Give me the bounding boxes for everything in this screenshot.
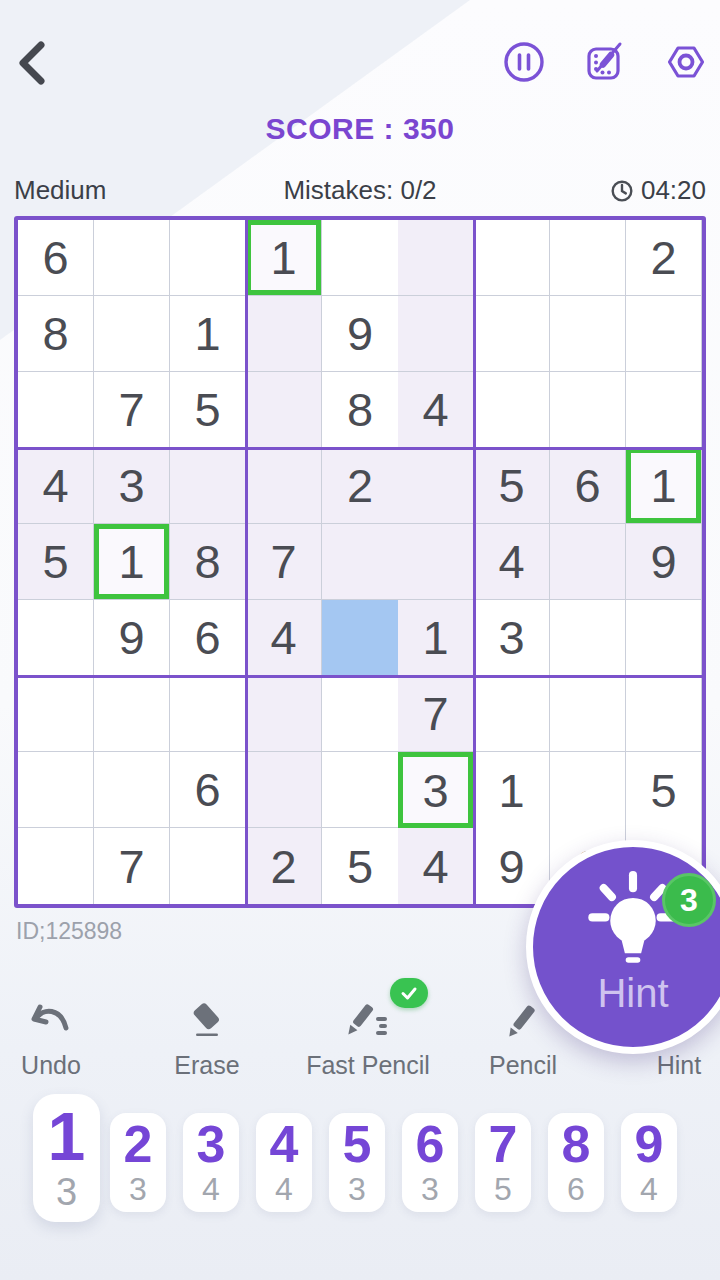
cell-r6c4[interactable]: 4 bbox=[246, 600, 322, 676]
toolbar-label: Hint bbox=[609, 1051, 720, 1080]
cell-r8c1[interactable] bbox=[18, 752, 94, 828]
numpad-key-4[interactable]: 44 bbox=[256, 1113, 312, 1212]
cell-r3c5[interactable]: 8 bbox=[322, 372, 398, 448]
time-text: 04:20 bbox=[641, 175, 706, 206]
cell-r1c3[interactable] bbox=[170, 220, 246, 296]
cell-r7c3[interactable] bbox=[170, 676, 246, 752]
numpad-key-1[interactable]: 13 bbox=[33, 1094, 100, 1222]
cell-r2c2[interactable] bbox=[94, 296, 170, 372]
sudoku-board-cells: 61281975844325615187499641376315725496 bbox=[18, 220, 702, 904]
hint-count-badge: 3 bbox=[662, 873, 716, 927]
cell-r2c7[interactable] bbox=[474, 296, 550, 372]
settings-icon bbox=[664, 40, 708, 84]
box-separator-horizontal-1 bbox=[18, 447, 702, 450]
cell-r3c1[interactable] bbox=[18, 372, 94, 448]
cell-r9c1[interactable] bbox=[18, 828, 94, 904]
fast-pencil-button[interactable]: Fast Pencil bbox=[298, 998, 438, 1080]
cell-r7c8[interactable] bbox=[550, 676, 626, 752]
cell-r2c4[interactable] bbox=[246, 296, 322, 372]
cell-r7c2[interactable] bbox=[94, 676, 170, 752]
box-separator-vertical-2 bbox=[473, 220, 476, 904]
undo-button[interactable]: Undo bbox=[0, 998, 121, 1080]
numpad-count: 4 bbox=[275, 1172, 293, 1207]
edit-notes-button[interactable] bbox=[583, 40, 627, 84]
cell-r4c8[interactable]: 6 bbox=[550, 448, 626, 524]
numpad-count: 3 bbox=[129, 1172, 147, 1207]
cell-r9c4[interactable]: 2 bbox=[246, 828, 322, 904]
cell-r2c6[interactable] bbox=[398, 296, 474, 372]
cell-r2c8[interactable] bbox=[550, 296, 626, 372]
hint-count: 3 bbox=[680, 882, 698, 919]
cell-r8c3[interactable]: 6 bbox=[170, 752, 246, 828]
numpad-count: 3 bbox=[56, 1172, 77, 1214]
notes-icon bbox=[583, 40, 627, 84]
numpad-count: 5 bbox=[494, 1172, 512, 1207]
cell-r6c6[interactable]: 1 bbox=[398, 600, 474, 676]
timer: 04:20 bbox=[609, 175, 706, 206]
cell-r5c8[interactable] bbox=[550, 524, 626, 600]
cell-r6c8[interactable] bbox=[550, 600, 626, 676]
numpad-digit: 3 bbox=[197, 1118, 226, 1170]
cell-r5c1[interactable]: 5 bbox=[18, 524, 94, 600]
numpad-key-6[interactable]: 63 bbox=[402, 1113, 458, 1212]
numpad-count: 6 bbox=[567, 1172, 585, 1207]
cell-r8c7[interactable]: 1 bbox=[474, 752, 550, 828]
cell-r4c9[interactable]: 1 bbox=[626, 448, 702, 524]
cell-r5c9[interactable]: 9 bbox=[626, 524, 702, 600]
numpad-digit: 6 bbox=[416, 1118, 445, 1170]
fast-pencil-icon bbox=[345, 1000, 391, 1042]
toolbar-label: Undo bbox=[0, 1051, 121, 1080]
eraser-icon bbox=[185, 1000, 229, 1042]
cell-r1c8[interactable] bbox=[550, 220, 626, 296]
settings-button[interactable] bbox=[664, 40, 708, 84]
numpad-digit: 9 bbox=[635, 1118, 664, 1170]
info-row: Medium Mistakes: 0/2 04:20 bbox=[14, 175, 706, 207]
cell-r6c1[interactable] bbox=[18, 600, 94, 676]
undo-icon bbox=[27, 1002, 75, 1042]
check-icon bbox=[400, 986, 418, 1001]
cell-r2c1[interactable]: 8 bbox=[18, 296, 94, 372]
fast-pencil-check-badge bbox=[390, 978, 428, 1008]
numpad-digit: 2 bbox=[124, 1118, 153, 1170]
cell-r3c7[interactable] bbox=[474, 372, 550, 448]
cell-r1c1[interactable]: 6 bbox=[18, 220, 94, 296]
cell-r5c4[interactable]: 7 bbox=[246, 524, 322, 600]
cell-r5c3[interactable]: 8 bbox=[170, 524, 246, 600]
toolbar-label: Pencil bbox=[453, 1051, 593, 1080]
pause-button[interactable] bbox=[502, 40, 546, 84]
cell-r7c9[interactable] bbox=[626, 676, 702, 752]
cell-r7c1[interactable] bbox=[18, 676, 94, 752]
cell-r2c5[interactable]: 9 bbox=[322, 296, 398, 372]
back-icon bbox=[14, 40, 54, 86]
cell-r8c2[interactable] bbox=[94, 752, 170, 828]
cell-r9c2[interactable]: 7 bbox=[94, 828, 170, 904]
toolbar-label: Erase bbox=[137, 1051, 277, 1080]
sudoku-board: 61281975844325615187499641376315725496 bbox=[14, 216, 706, 908]
cell-r4c4[interactable] bbox=[246, 448, 322, 524]
score-text: SCORE : 350 bbox=[0, 112, 720, 146]
cell-r3c6[interactable]: 4 bbox=[398, 372, 474, 448]
clock-icon bbox=[609, 178, 635, 204]
cell-r8c6[interactable]: 3 bbox=[398, 752, 474, 828]
cell-r5c7[interactable]: 4 bbox=[474, 524, 550, 600]
cell-r9c5[interactable]: 5 bbox=[322, 828, 398, 904]
game-id-label: ID;125898 bbox=[16, 918, 122, 945]
numpad-count: 3 bbox=[348, 1172, 366, 1207]
numpad-count: 3 bbox=[421, 1172, 439, 1207]
cell-r8c9[interactable]: 5 bbox=[626, 752, 702, 828]
cell-r2c3[interactable]: 1 bbox=[170, 296, 246, 372]
numpad-key-5[interactable]: 53 bbox=[329, 1113, 385, 1212]
cell-r4c5[interactable]: 2 bbox=[322, 448, 398, 524]
numpad-count: 4 bbox=[640, 1172, 658, 1207]
cell-r6c7[interactable]: 3 bbox=[474, 600, 550, 676]
cell-r7c5[interactable] bbox=[322, 676, 398, 752]
cell-r9c7[interactable]: 9 bbox=[474, 828, 550, 904]
erase-button[interactable]: Erase bbox=[137, 998, 277, 1080]
numpad-digit: 7 bbox=[489, 1118, 518, 1170]
cell-r4c6[interactable] bbox=[398, 448, 474, 524]
cell-r7c6[interactable]: 7 bbox=[398, 676, 474, 752]
numpad-digit: 1 bbox=[48, 1102, 86, 1170]
box-separator-vertical-1 bbox=[245, 220, 248, 904]
sudoku-app: SCORE : 350 Medium Mistakes: 0/2 04:20 6… bbox=[0, 0, 720, 1280]
cell-r7c4[interactable] bbox=[246, 676, 322, 752]
pause-icon bbox=[502, 40, 546, 84]
cell-r1c7[interactable] bbox=[474, 220, 550, 296]
cell-r9c6[interactable]: 4 bbox=[398, 828, 474, 904]
box-separator-horizontal-2 bbox=[18, 675, 702, 678]
cell-r5c5[interactable] bbox=[322, 524, 398, 600]
cell-r3c2[interactable]: 7 bbox=[94, 372, 170, 448]
cell-r4c7[interactable]: 5 bbox=[474, 448, 550, 524]
cell-r1c9[interactable]: 2 bbox=[626, 220, 702, 296]
numpad-key-9[interactable]: 94 bbox=[621, 1113, 677, 1212]
numpad-digit: 5 bbox=[343, 1118, 372, 1170]
hint-button-label: Hint bbox=[597, 971, 668, 1016]
cell-r4c1[interactable]: 4 bbox=[18, 448, 94, 524]
numpad-digit: 4 bbox=[270, 1118, 299, 1170]
cell-r1c4[interactable]: 1 bbox=[246, 220, 322, 296]
back-button[interactable] bbox=[14, 40, 54, 86]
cell-r3c9[interactable] bbox=[626, 372, 702, 448]
numpad-key-7[interactable]: 75 bbox=[475, 1113, 531, 1212]
numpad-digit: 8 bbox=[562, 1118, 591, 1170]
cell-r1c6[interactable] bbox=[398, 220, 474, 296]
cell-r3c4[interactable] bbox=[246, 372, 322, 448]
numpad-count: 4 bbox=[202, 1172, 220, 1207]
header-actions bbox=[502, 40, 708, 84]
cell-r3c8[interactable] bbox=[550, 372, 626, 448]
mistakes-label: Mistakes: 0/2 bbox=[14, 175, 706, 206]
cell-r8c4[interactable] bbox=[246, 752, 322, 828]
cell-r6c5[interactable] bbox=[322, 600, 398, 676]
cell-r2c9[interactable] bbox=[626, 296, 702, 372]
cell-r4c2[interactable]: 3 bbox=[94, 448, 170, 524]
numpad-key-3[interactable]: 34 bbox=[183, 1113, 239, 1212]
cell-r7c7[interactable] bbox=[474, 676, 550, 752]
cell-r6c3[interactable]: 6 bbox=[170, 600, 246, 676]
pencil-icon bbox=[502, 1000, 544, 1042]
cell-r1c2[interactable] bbox=[94, 220, 170, 296]
cell-r5c2[interactable]: 1 bbox=[94, 524, 170, 600]
cell-r6c2[interactable]: 9 bbox=[94, 600, 170, 676]
numpad-key-8[interactable]: 86 bbox=[548, 1113, 604, 1212]
cell-r3c3[interactable]: 5 bbox=[170, 372, 246, 448]
cell-r8c5[interactable] bbox=[322, 752, 398, 828]
cell-r5c6[interactable] bbox=[398, 524, 474, 600]
cell-r8c8[interactable] bbox=[550, 752, 626, 828]
toolbar-label: Fast Pencil bbox=[298, 1051, 438, 1080]
cell-r6c9[interactable] bbox=[626, 600, 702, 676]
cell-r1c5[interactable] bbox=[322, 220, 398, 296]
cell-r4c3[interactable] bbox=[170, 448, 246, 524]
numpad-key-2[interactable]: 23 bbox=[110, 1113, 166, 1212]
cell-r9c3[interactable] bbox=[170, 828, 246, 904]
